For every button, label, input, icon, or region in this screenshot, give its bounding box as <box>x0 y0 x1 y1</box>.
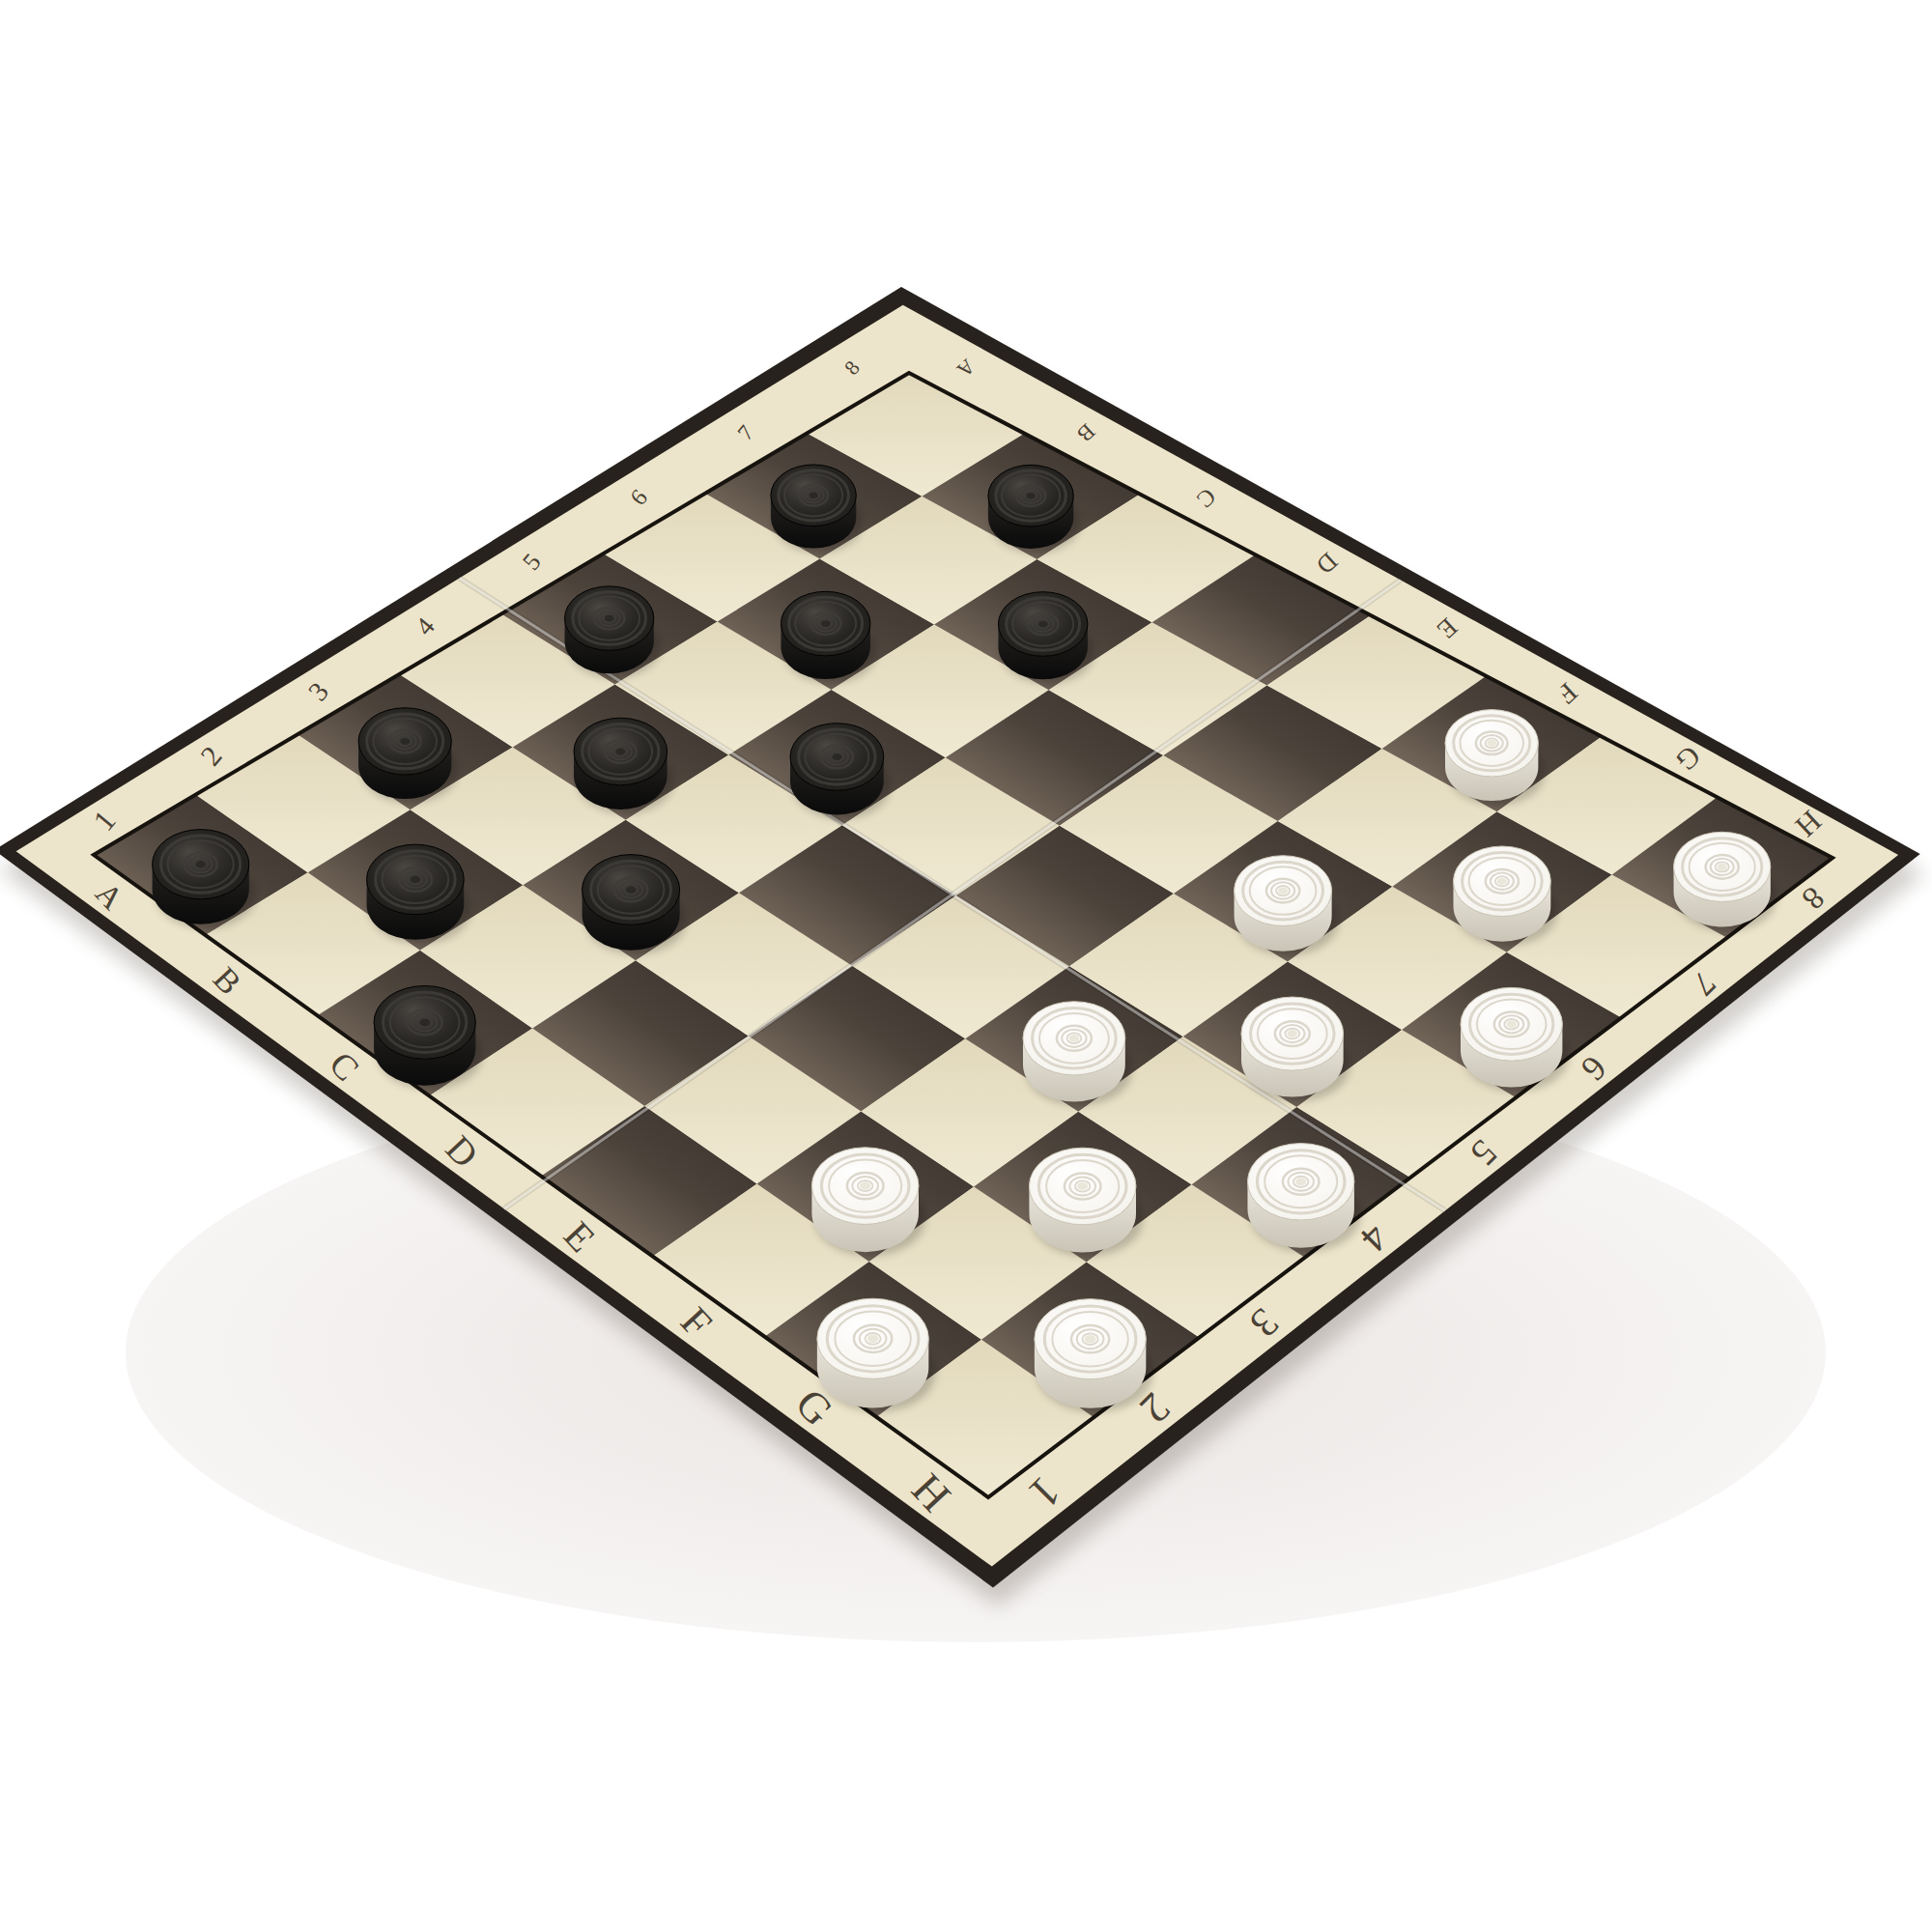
piece-white-f2[interactable] <box>811 1148 924 1256</box>
piece-white-g1[interactable] <box>817 1298 935 1411</box>
piece-center <box>1288 1030 1298 1037</box>
piece-center <box>605 615 613 622</box>
checkers-board: 87654321ABCDEFGHABCDEFGH12345678 <box>0 0 1932 1932</box>
piece-center <box>1506 1021 1517 1029</box>
piece-center <box>867 1335 879 1343</box>
piece-center <box>1027 493 1036 498</box>
piece-white-h6[interactable] <box>1461 987 1569 1091</box>
piece-white-g7[interactable] <box>1454 846 1557 946</box>
piece-white-f6[interactable] <box>1235 856 1339 955</box>
piece-black-c3[interactable] <box>582 855 687 954</box>
piece-white-f8[interactable] <box>1445 710 1545 806</box>
piece-center <box>1085 1335 1096 1343</box>
piece-black-a7[interactable] <box>771 465 863 553</box>
piece-center <box>833 753 842 760</box>
piece-center <box>810 493 818 498</box>
piece-center <box>1069 1035 1080 1042</box>
piece-black-b2[interactable] <box>367 844 470 944</box>
piece-center <box>419 1019 430 1027</box>
piece-black-c5[interactable] <box>790 724 890 819</box>
piece-white-h4[interactable] <box>1247 1144 1360 1252</box>
piece-white-g3[interactable] <box>1029 1148 1142 1256</box>
piece-black-b8[interactable] <box>988 465 1080 553</box>
piece-white-f4[interactable] <box>1023 1002 1131 1106</box>
piece-white-h2[interactable] <box>1035 1299 1152 1412</box>
piece-center <box>821 620 830 627</box>
piece-center <box>1038 621 1047 628</box>
piece-center <box>615 749 625 755</box>
piece-black-a1[interactable] <box>153 830 256 928</box>
piece-black-c1[interactable] <box>374 985 482 1089</box>
piece-center <box>411 876 420 883</box>
piece-center <box>1497 878 1507 885</box>
piece-white-g5[interactable] <box>1241 997 1350 1101</box>
piece-white-h8[interactable] <box>1674 832 1777 931</box>
piece-center <box>860 1182 870 1190</box>
piece-center <box>1278 887 1288 894</box>
piece-center <box>1718 864 1727 870</box>
piece-center <box>1077 1182 1088 1190</box>
piece-center <box>626 886 636 893</box>
piece-center <box>196 861 206 867</box>
piece-black-c7[interactable] <box>998 592 1094 684</box>
photo-canvas: 87654321ABCDEFGHABCDEFGH12345678 <box>0 0 1932 1932</box>
piece-center <box>1487 740 1496 747</box>
piece-black-a5[interactable] <box>565 586 661 678</box>
piece-center <box>1295 1178 1306 1185</box>
piece-black-a3[interactable] <box>358 708 458 804</box>
piece-black-b4[interactable] <box>574 718 673 813</box>
piece-center <box>400 738 410 745</box>
piece-black-b6[interactable] <box>781 591 876 683</box>
